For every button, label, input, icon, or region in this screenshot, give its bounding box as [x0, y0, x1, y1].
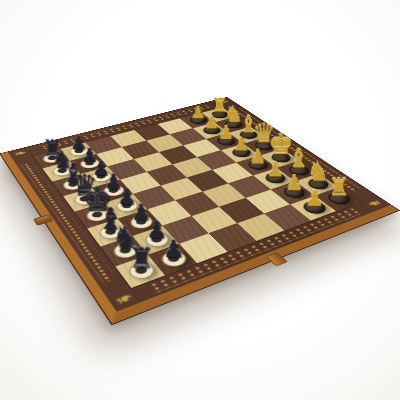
chess-set-photo: ❧ ❧ ❧ ❧ ♜♟♟♜♞♟♟♞♝♟♟♝♛♟♟♛♚♟♟♚♝♟♟♝♞♟♟♞♜♟♟♜: [0, 0, 400, 400]
square-d4[interactable]: [172, 157, 212, 177]
piece-bR-h8[interactable]: ♜: [123, 223, 160, 273]
hinge-clasp: [266, 252, 289, 267]
board-grid: ♜♟♟♜♞♟♟♞♝♟♟♝♛♟♟♛♚♟♟♚♝♟♟♝♞♟♟♞♜♟♟♜: [33, 107, 360, 288]
piece-bP-h7[interactable]: ♟: [155, 212, 191, 260]
corner-flourish-icon: ❧: [9, 147, 33, 160]
chess-board: ❧ ❧ ❧ ❧ ♜♟♟♜♞♟♟♞♝♟♟♝♛♟♟♛♚♟♟♚♝♟♟♝♞♟♟♞♜♟♟♜: [0, 97, 398, 324]
hinge-clasp: [33, 214, 53, 226]
corner-flourish-icon: ❧: [107, 286, 142, 311]
piece-wP-h2[interactable]: ♟: [298, 166, 330, 209]
corner-flourish-icon: ❧: [359, 195, 390, 211]
